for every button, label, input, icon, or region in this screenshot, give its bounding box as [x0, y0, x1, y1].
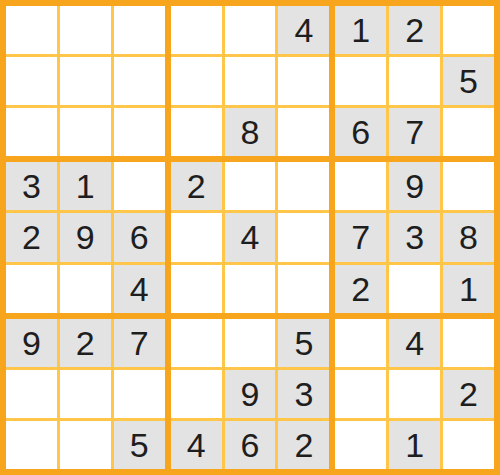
cell-r8c9[interactable]: 2: [443, 370, 494, 418]
cell-r9c4[interactable]: 4: [171, 421, 222, 469]
cell-r7c9[interactable]: [443, 319, 494, 367]
cell-r4c6[interactable]: [278, 162, 329, 210]
cell-r8c1[interactable]: [6, 370, 57, 418]
cell-r1c8[interactable]: 2: [389, 6, 440, 54]
cell-r5c2[interactable]: 9: [60, 213, 111, 261]
box-r3c2: 593462: [171, 319, 330, 469]
cell-r2c3[interactable]: [114, 57, 165, 105]
cell-r1c6[interactable]: 4: [278, 6, 329, 54]
cell-r7c3[interactable]: 7: [114, 319, 165, 367]
cell-r6c6[interactable]: [278, 265, 329, 313]
cell-r7c6[interactable]: 5: [278, 319, 329, 367]
cell-r5c6[interactable]: [278, 213, 329, 261]
cell-r1c7[interactable]: 1: [335, 6, 386, 54]
box-r2c3: 973821: [335, 162, 494, 312]
cell-r6c5[interactable]: [225, 265, 276, 313]
sudoku-board: 4812567312964249738219275593462421: [0, 0, 500, 475]
cell-r9c5[interactable]: 6: [225, 421, 276, 469]
cell-r4c2[interactable]: 1: [60, 162, 111, 210]
box-r1c3: 12567: [335, 6, 494, 156]
cell-r9c1[interactable]: [6, 421, 57, 469]
cell-r5c4[interactable]: [171, 213, 222, 261]
cell-r5c3[interactable]: 6: [114, 213, 165, 261]
cell-r8c2[interactable]: [60, 370, 111, 418]
cell-r1c1[interactable]: [6, 6, 57, 54]
cell-r4c8[interactable]: 9: [389, 162, 440, 210]
cell-r8c7[interactable]: [335, 370, 386, 418]
cell-r7c4[interactable]: [171, 319, 222, 367]
cell-r3c9[interactable]: [443, 108, 494, 156]
cell-r5c1[interactable]: 2: [6, 213, 57, 261]
cell-r4c9[interactable]: [443, 162, 494, 210]
box-r2c1: 312964: [6, 162, 165, 312]
cell-r1c2[interactable]: [60, 6, 111, 54]
cell-r5c5[interactable]: 4: [225, 213, 276, 261]
cell-r3c8[interactable]: 7: [389, 108, 440, 156]
cell-r4c4[interactable]: 2: [171, 162, 222, 210]
cell-r6c7[interactable]: 2: [335, 265, 386, 313]
cell-r8c8[interactable]: [389, 370, 440, 418]
cell-r2c2[interactable]: [60, 57, 111, 105]
cell-r7c1[interactable]: 9: [6, 319, 57, 367]
cell-r1c5[interactable]: [225, 6, 276, 54]
cell-r8c5[interactable]: 9: [225, 370, 276, 418]
cell-r6c9[interactable]: 1: [443, 265, 494, 313]
box-r2c2: 24: [171, 162, 330, 312]
cell-r1c9[interactable]: [443, 6, 494, 54]
cell-r7c8[interactable]: 4: [389, 319, 440, 367]
box-r3c3: 421: [335, 319, 494, 469]
cell-r9c2[interactable]: [60, 421, 111, 469]
box-r1c2: 48: [171, 6, 330, 156]
cell-r1c3[interactable]: [114, 6, 165, 54]
cell-r9c9[interactable]: [443, 421, 494, 469]
cell-r1c4[interactable]: [171, 6, 222, 54]
cell-r6c2[interactable]: [60, 265, 111, 313]
cell-r2c7[interactable]: [335, 57, 386, 105]
box-r1c1: [6, 6, 165, 156]
cell-r2c1[interactable]: [6, 57, 57, 105]
cell-r7c5[interactable]: [225, 319, 276, 367]
box-r3c1: 9275: [6, 319, 165, 469]
cell-r4c7[interactable]: [335, 162, 386, 210]
cell-r7c7[interactable]: [335, 319, 386, 367]
cell-r8c4[interactable]: [171, 370, 222, 418]
cell-r9c3[interactable]: 5: [114, 421, 165, 469]
cell-r2c6[interactable]: [278, 57, 329, 105]
cell-r3c4[interactable]: [171, 108, 222, 156]
cell-r3c5[interactable]: 8: [225, 108, 276, 156]
cell-r2c8[interactable]: [389, 57, 440, 105]
cell-r2c5[interactable]: [225, 57, 276, 105]
cell-r4c5[interactable]: [225, 162, 276, 210]
cell-r2c4[interactable]: [171, 57, 222, 105]
cell-r9c6[interactable]: 2: [278, 421, 329, 469]
cell-r5c9[interactable]: 8: [443, 213, 494, 261]
cell-r9c7[interactable]: [335, 421, 386, 469]
cell-r3c3[interactable]: [114, 108, 165, 156]
cell-r6c1[interactable]: [6, 265, 57, 313]
cell-r3c1[interactable]: [6, 108, 57, 156]
cell-r6c8[interactable]: [389, 265, 440, 313]
cell-r8c6[interactable]: 3: [278, 370, 329, 418]
cell-r5c8[interactable]: 3: [389, 213, 440, 261]
cell-r3c6[interactable]: [278, 108, 329, 156]
cell-r4c1[interactable]: 3: [6, 162, 57, 210]
cell-r8c3[interactable]: [114, 370, 165, 418]
cell-r2c9[interactable]: 5: [443, 57, 494, 105]
cell-r7c2[interactable]: 2: [60, 319, 111, 367]
cell-r9c8[interactable]: 1: [389, 421, 440, 469]
cell-r4c3[interactable]: [114, 162, 165, 210]
cell-r3c7[interactable]: 6: [335, 108, 386, 156]
cell-r5c7[interactable]: 7: [335, 213, 386, 261]
cell-r6c3[interactable]: 4: [114, 265, 165, 313]
cell-r3c2[interactable]: [60, 108, 111, 156]
cell-r6c4[interactable]: [171, 265, 222, 313]
